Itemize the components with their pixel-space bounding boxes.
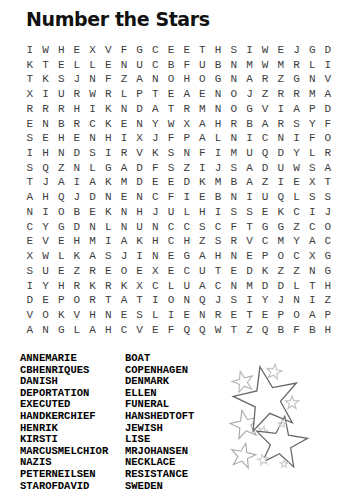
grid-cell: L (100, 220, 116, 235)
grid-cell: E (85, 205, 101, 220)
grid-cell: R (116, 146, 132, 161)
grid-cell: S (22, 161, 38, 176)
grid-cell: E (69, 131, 85, 146)
grid-cell: R (85, 264, 101, 279)
word-item: BOAT (125, 353, 194, 365)
grid-cell: S (226, 205, 242, 220)
grid-cell: C (210, 220, 226, 235)
grid-cell: E (163, 43, 179, 58)
grid-cell: P (320, 308, 336, 323)
grid-cell: N (85, 131, 101, 146)
grid-cell: D (320, 102, 336, 117)
grid-cell: F (320, 117, 336, 132)
grid-cell: Z (320, 293, 336, 308)
grid-cell: D (320, 43, 336, 58)
grid-cell: C (116, 323, 132, 338)
grid-cell: S (226, 43, 242, 58)
grid-cell: Z (179, 161, 195, 176)
grid-cell: C (148, 43, 164, 58)
grid-cell: K (195, 175, 211, 190)
grid-cell: L (289, 190, 305, 205)
grid-cell: I (179, 190, 195, 205)
grid-cell: N (148, 249, 164, 264)
grid-cell: E (257, 308, 273, 323)
grid-cell: R (100, 87, 116, 102)
grid-cell: T (22, 175, 38, 190)
grid-cell: D (179, 175, 195, 190)
grid-cell: S (304, 190, 320, 205)
grid-cell: T (195, 43, 211, 58)
grid-cell: N (132, 117, 148, 132)
grid-cell: Z (273, 72, 289, 87)
grid-cell: A (116, 293, 132, 308)
grid-cell: A (85, 249, 101, 264)
grid-cell: N (273, 131, 289, 146)
grid-cell: E (69, 43, 85, 58)
grid-cell: I (242, 190, 258, 205)
grid-cell: H (179, 72, 195, 87)
grid-cell: U (38, 264, 54, 279)
grid-cell: R (226, 117, 242, 132)
grid-cell: T (320, 175, 336, 190)
grid-cell: H (69, 234, 85, 249)
grid-cell: K (100, 102, 116, 117)
grid-cell: D (22, 293, 38, 308)
star-icon (265, 363, 282, 380)
grid-cell: C (320, 234, 336, 249)
grid-cell: W (210, 323, 226, 338)
grid-cell: R (69, 279, 85, 294)
grid-cell: A (304, 308, 320, 323)
grid-cell: A (242, 161, 258, 176)
grid-cell: X (85, 43, 101, 58)
grid-cell: N (100, 308, 116, 323)
grid-cell: O (195, 72, 211, 87)
grid-cell: H (179, 234, 195, 249)
word-list-left: ANNEMARIECBHENRIQUESDANISHDEPORTATIONEXE… (20, 353, 108, 492)
grid-cell: I (210, 205, 226, 220)
grid-cell: K (100, 117, 116, 132)
grid-cell: S (163, 161, 179, 176)
grid-cell: N (38, 117, 54, 132)
grid-cell: C (148, 58, 164, 73)
grid-cell: F (163, 131, 179, 146)
grid-cell: U (242, 146, 258, 161)
grid-cell: V (320, 72, 336, 87)
grid-cell: H (38, 146, 54, 161)
grid-cell: L (163, 279, 179, 294)
grid-cell: B (273, 323, 289, 338)
grid-cell: O (226, 102, 242, 117)
grid-cell: A (179, 87, 195, 102)
grid-cell: S (304, 161, 320, 176)
grid-cell: E (163, 175, 179, 190)
grid-cell: U (257, 190, 273, 205)
grid-cell: A (242, 72, 258, 87)
grid-cell: G (242, 102, 258, 117)
grid-cell: I (116, 131, 132, 146)
grid-cell: E (179, 43, 195, 58)
grid-cell: Z (289, 264, 305, 279)
grid-cell: H (148, 234, 164, 249)
grid-cell: I (304, 293, 320, 308)
grid-cell: I (22, 279, 38, 294)
grid-cell: E (53, 234, 69, 249)
grid-cell: O (38, 308, 54, 323)
word-item: RESISTANCE (125, 469, 194, 481)
grid-cell: C (179, 264, 195, 279)
grid-cell: C (304, 220, 320, 235)
grid-cell: J (38, 175, 54, 190)
grid-cell: R (289, 58, 305, 73)
page-title: Number the Stars (26, 8, 210, 30)
grid-cell: A (304, 234, 320, 249)
grid-cell: Q (38, 161, 54, 176)
grid-cell: B (226, 175, 242, 190)
grid-cell: W (85, 87, 101, 102)
grid-cell: K (132, 234, 148, 249)
word-item: HANDKERCHIEF (20, 411, 108, 423)
grid-cell: C (85, 117, 101, 132)
grid-cell: N (179, 293, 195, 308)
star-icon (229, 441, 258, 469)
grid-cell: W (38, 43, 54, 58)
grid-cell: H (195, 205, 211, 220)
grid-cell: D (132, 161, 148, 176)
grid-cell: N (226, 249, 242, 264)
grid-cell: A (53, 175, 69, 190)
grid-cell: R (273, 117, 289, 132)
grid-cell: S (320, 190, 336, 205)
grid-cell: N (179, 146, 195, 161)
grid-cell: P (257, 249, 273, 264)
grid-cell: E (163, 249, 179, 264)
grid-cell: C (22, 220, 38, 235)
grid-cell: U (195, 264, 211, 279)
grid-cell: T (226, 323, 242, 338)
grid-cell: L (69, 323, 85, 338)
grid-cell: J (116, 249, 132, 264)
star-icon (230, 369, 255, 394)
grid-cell: N (226, 190, 242, 205)
grid-cell: E (257, 205, 273, 220)
grid-cell: A (22, 323, 38, 338)
grid-cell: S (242, 205, 258, 220)
grid-cell: A (116, 161, 132, 176)
grid-cell: I (273, 102, 289, 117)
grid-cell: I (22, 43, 38, 58)
grid-cell: C (148, 279, 164, 294)
grid-cell: N (289, 293, 305, 308)
grid-cell: U (53, 87, 69, 102)
grid-cell: C (257, 234, 273, 249)
grid-cell: Z (257, 175, 273, 190)
grid-cell: O (289, 308, 305, 323)
grid-cell: O (69, 293, 85, 308)
grid-cell: B (242, 117, 258, 132)
grid-cell: G (320, 264, 336, 279)
grid-cell: W (163, 117, 179, 132)
grid-cell: B (304, 323, 320, 338)
grid-cell: I (69, 175, 85, 190)
grid-cell: D (85, 190, 101, 205)
grid-cell: L (289, 279, 305, 294)
grid-cell: J (289, 43, 305, 58)
grid-cell: M (304, 87, 320, 102)
grid-cell: H (53, 43, 69, 58)
grid-cell: K (53, 308, 69, 323)
grid-cell: E (273, 43, 289, 58)
grid-cell: X (304, 249, 320, 264)
grid-cell: N (85, 220, 101, 235)
grid-cell: Q (257, 323, 273, 338)
grid-cell: G (210, 72, 226, 87)
grid-cell: W (289, 161, 305, 176)
grid-cell: Y (38, 220, 54, 235)
grid-cell: Q (257, 146, 273, 161)
grid-cell: D (69, 220, 85, 235)
grid-cell: X (179, 117, 195, 132)
grid-cell: E (195, 190, 211, 205)
grid-cell: E (116, 190, 132, 205)
grid-cell: Y (148, 117, 164, 132)
grid-cell: K (85, 279, 101, 294)
word-item: ANNEMARIE (20, 353, 108, 365)
grid-cell: F (289, 323, 305, 338)
grid-cell: E (22, 117, 38, 132)
grid-cell: T (100, 293, 116, 308)
grid-cell: E (116, 117, 132, 132)
grid-cell: E (116, 308, 132, 323)
grid-cell: W (38, 249, 54, 264)
grid-cell: L (210, 131, 226, 146)
grid-cell: M (242, 279, 258, 294)
grid-cell: N (100, 190, 116, 205)
grid-cell: F (100, 72, 116, 87)
grid-cell: X (304, 175, 320, 190)
grid-cell: X (22, 87, 38, 102)
grid-cell: F (179, 58, 195, 73)
word-item: PETERNEILSEN (20, 469, 108, 481)
grid-cell: G (289, 72, 305, 87)
grid-cell: I (132, 249, 148, 264)
grid-cell: R (22, 102, 38, 117)
grid-cell: L (85, 161, 101, 176)
grid-cell: G (304, 43, 320, 58)
grid-cell: L (148, 308, 164, 323)
grid-cell: S (210, 234, 226, 249)
grid-cell: P (132, 87, 148, 102)
grid-cell: A (22, 190, 38, 205)
grid-cell: J (148, 131, 164, 146)
grid-cell: V (69, 308, 85, 323)
grid-cell: A (242, 175, 258, 190)
grid-cell: W (257, 43, 273, 58)
grid-cell: A (257, 117, 273, 132)
grid-cell: N (85, 72, 101, 87)
grid-cell: H (132, 205, 148, 220)
grid-cell: A (148, 102, 164, 117)
grid-cell: Y (257, 293, 273, 308)
grid-cell: N (304, 264, 320, 279)
grid-cell: N (210, 87, 226, 102)
grid-cell: D (257, 161, 273, 176)
grid-cell: E (289, 175, 305, 190)
grid-cell: S (226, 293, 242, 308)
grid-cell: I (148, 293, 164, 308)
grid-cell: M (210, 175, 226, 190)
grid-cell: G (257, 220, 273, 235)
grid-cell: M (226, 146, 242, 161)
grid-cell: R (320, 146, 336, 161)
word-item: SWEDEN (125, 481, 194, 493)
grid-cell: K (38, 72, 54, 87)
grid-cell: H (53, 131, 69, 146)
grid-cell: E (53, 58, 69, 73)
grid-cell: T (38, 58, 54, 73)
grid-cell: E (148, 175, 164, 190)
grid-cell: C (210, 279, 226, 294)
grid-cell: T (163, 102, 179, 117)
grid-cell: K (273, 205, 289, 220)
grid-cell: N (38, 323, 54, 338)
grid-cell: G (273, 220, 289, 235)
grid-cell: S (163, 146, 179, 161)
grid-cell: A (85, 323, 101, 338)
grid-cell: V (38, 234, 54, 249)
grid-cell: H (53, 279, 69, 294)
grid-cell: N (116, 220, 132, 235)
grid-cell: R (210, 308, 226, 323)
grid-cell: E (242, 249, 258, 264)
star-icon (285, 396, 298, 409)
grid-cell: N (69, 161, 85, 176)
grid-cell: Z (273, 264, 289, 279)
word-item: HANSHEDTOFT (125, 411, 194, 423)
grid-cell: F (195, 146, 211, 161)
grid-cell: T (304, 279, 320, 294)
grid-cell: I (242, 131, 258, 146)
grid-cell: G (53, 323, 69, 338)
grid-cell: J (210, 161, 226, 176)
grid-cell: E (163, 87, 179, 102)
grid-cell: T (242, 220, 258, 235)
grid-cell: Y (304, 117, 320, 132)
grid-cell: Z (69, 264, 85, 279)
grid-cell: I (163, 308, 179, 323)
grid-cell: U (273, 161, 289, 176)
grid-cell: Z (116, 72, 132, 87)
grid-cell: N (226, 279, 242, 294)
grid-cell: L (116, 87, 132, 102)
grid-cell: U (163, 205, 179, 220)
grid-cell: B (163, 58, 179, 73)
grid-cell: T (132, 293, 148, 308)
grid-cell: F (163, 190, 179, 205)
grid-cell: K (257, 264, 273, 279)
grid-cell: O (320, 131, 336, 146)
grid-cell: N (304, 72, 320, 87)
grid-cell: I (38, 87, 54, 102)
grid-cell: D (69, 146, 85, 161)
grid-cell: L (304, 58, 320, 73)
word-item: LISE (125, 434, 194, 446)
grid-cell: B (53, 117, 69, 132)
grid-cell: N (210, 102, 226, 117)
grid-cell: E (226, 308, 242, 323)
grid-cell: G (100, 161, 116, 176)
grid-cell: H (210, 249, 226, 264)
grid-cell: D (132, 102, 148, 117)
grid-cell: E (163, 264, 179, 279)
grid-cell: S (289, 117, 305, 132)
grid-cell: P (53, 293, 69, 308)
grid-cell: O (116, 264, 132, 279)
grid-cell: D (257, 279, 273, 294)
grid-cell: U (179, 279, 195, 294)
grid-cell: K (100, 175, 116, 190)
grid-cell: H (320, 323, 336, 338)
grid-cell: R (226, 234, 242, 249)
grid-cell: E (100, 264, 116, 279)
grid-cell: D (242, 264, 258, 279)
grid-cell: I (242, 293, 258, 308)
grid-cell: X (132, 131, 148, 146)
grid-cell: X (22, 249, 38, 264)
grid-cell: R (179, 102, 195, 117)
grid-cell: L (85, 58, 101, 73)
grid-cell: I (273, 175, 289, 190)
grid-cell: C (163, 234, 179, 249)
grid-cell: H (320, 279, 336, 294)
grid-cell: U (132, 58, 148, 73)
grid-cell: R (38, 102, 54, 117)
grid-cell: O (273, 249, 289, 264)
grid-cell: N (132, 190, 148, 205)
grid-cell: R (100, 279, 116, 294)
grid-cell: K (69, 249, 85, 264)
grid-cell: H (210, 43, 226, 58)
grid-cell: A (320, 87, 336, 102)
grid-cell: Z (53, 161, 69, 176)
grid-cell: L (69, 58, 85, 73)
grid-cell: I (320, 58, 336, 73)
grid-cell: N (226, 58, 242, 73)
grid-cell: P (179, 131, 195, 146)
grid-cell: A (116, 234, 132, 249)
grid-cell: A (85, 175, 101, 190)
grid-cell: N (116, 102, 132, 117)
grid-cell: Q (179, 323, 195, 338)
grid-cell: V (257, 102, 273, 117)
grid-cell: D (132, 175, 148, 190)
grid-cell: L (179, 205, 195, 220)
word-search-grid: IWHEXVFGCEETHSIWEJGDKTELLENUCBFUBNMWMRLI… (22, 43, 336, 337)
grid-cell: N (116, 205, 132, 220)
grid-cell: F (304, 131, 320, 146)
grid-cell: K (116, 279, 132, 294)
grid-cell: G (320, 249, 336, 264)
grid-cell: C (257, 131, 273, 146)
grid-cell: V (132, 323, 148, 338)
grid-cell: J (148, 205, 164, 220)
grid-cell: N (22, 205, 38, 220)
grid-cell: N (195, 308, 211, 323)
grid-cell: P (304, 102, 320, 117)
grid-cell: I (304, 205, 320, 220)
grid-cell: L (304, 146, 320, 161)
grid-cell: R (53, 102, 69, 117)
